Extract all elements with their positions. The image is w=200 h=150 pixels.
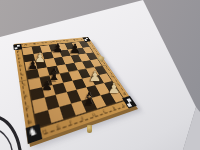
piece-white-pawn-b6: ♟ — [89, 69, 102, 83]
marker-pattern — [83, 37, 89, 40]
photo-scene: HGFEDCBA HGFEDCBA 12345678 12345678 ♞ ♟♟… — [0, 0, 200, 150]
piece-white-pawn-a8: ♟ — [108, 81, 121, 95]
brass-clasp — [87, 125, 92, 133]
cable — [0, 112, 40, 150]
marker-pattern — [14, 45, 20, 49]
piece-black-pawn-c2: ♟ — [69, 42, 81, 55]
piece-black-pawn-h4: ♟ — [28, 59, 39, 71]
piece-black-bishop-d8: ♝ — [82, 91, 96, 107]
fiducial-marker-top-left — [13, 44, 22, 50]
cable-thin-strand — [0, 131, 12, 150]
piece-black-pawn-g6: ♟ — [41, 79, 53, 92]
piece-black-pawn-e2: ♟ — [53, 42, 64, 54]
